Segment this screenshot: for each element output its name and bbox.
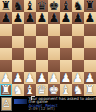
black-pawn-f7: ♟ — [61, 12, 72, 24]
square-g2[interactable]: ♟ — [72, 72, 84, 84]
black-knight-b8: ♞ — [13, 0, 24, 12]
square-d5[interactable] — [36, 36, 48, 48]
status-bar: ♙ Your opponent has asked to abort the g… — [0, 96, 96, 112]
white-pawn-b2: ♟ — [13, 72, 24, 84]
square-f7[interactable]: ♟ — [60, 12, 72, 24]
white-king-e1: ♚ — [49, 84, 60, 96]
square-e7[interactable]: ♟ — [48, 12, 60, 24]
black-pawn-c7: ♟ — [25, 12, 36, 24]
white-rook-a1: ♜ — [1, 84, 12, 96]
square-e5[interactable] — [48, 36, 60, 48]
square-b8[interactable]: ♞ — [12, 0, 24, 12]
square-f5[interactable] — [60, 36, 72, 48]
square-e8[interactable]: ♚ — [48, 0, 60, 12]
white-knight-g1: ♞ — [73, 84, 84, 96]
square-e6[interactable] — [48, 24, 60, 36]
square-a6[interactable] — [0, 24, 12, 36]
square-d4[interactable] — [36, 48, 48, 60]
white-pawn-h2: ♟ — [85, 72, 96, 84]
message-area: Your opponent has asked to abort the gam… — [29, 96, 96, 111]
square-h2[interactable]: ♟ — [84, 72, 96, 84]
square-f4[interactable] — [60, 48, 72, 60]
square-h5[interactable] — [84, 36, 96, 48]
square-a3[interactable] — [0, 60, 12, 72]
square-c3[interactable] — [24, 60, 36, 72]
white-bishop-c1: ♝ — [25, 84, 36, 96]
chess-app-window: ♜♞♝♛♚♝♞♜♟♟♟♟♟♟♟♟♟♟♟♟♟♟♟♟♜♞♝♛♚♝♞♜ ♙ Your … — [0, 0, 96, 112]
square-h8[interactable]: ♜ — [84, 0, 96, 12]
square-d8[interactable]: ♛ — [36, 0, 48, 12]
square-b1[interactable]: ♞ — [12, 84, 24, 96]
white-pawn-c2: ♟ — [25, 72, 36, 84]
black-knight-g8: ♞ — [73, 0, 84, 12]
square-f3[interactable] — [60, 60, 72, 72]
black-pawn-g7: ♟ — [73, 12, 84, 24]
white-pawn-g2: ♟ — [73, 72, 84, 84]
square-f8[interactable]: ♝ — [60, 0, 72, 12]
black-pawn-a7: ♟ — [1, 12, 12, 24]
square-c2[interactable]: ♟ — [24, 72, 36, 84]
square-g5[interactable] — [72, 36, 84, 48]
square-e2[interactable]: ♟ — [48, 72, 60, 84]
square-b2[interactable]: ♟ — [12, 72, 24, 84]
square-d7[interactable]: ♟ — [36, 12, 48, 24]
square-f6[interactable] — [60, 24, 72, 36]
white-pawn-e2: ♟ — [49, 72, 60, 84]
square-d2[interactable]: ♟ — [36, 72, 48, 84]
white-bishop-f1: ♝ — [61, 84, 72, 96]
square-f2[interactable]: ♟ — [60, 72, 72, 84]
square-a8[interactable]: ♜ — [0, 0, 12, 12]
square-h7[interactable]: ♟ — [84, 12, 96, 24]
black-pawn-b7: ♟ — [13, 12, 24, 24]
square-b4[interactable] — [12, 48, 24, 60]
white-pawn-d2: ♟ — [37, 72, 48, 84]
square-b6[interactable] — [12, 24, 24, 36]
square-a5[interactable] — [0, 36, 12, 48]
square-c6[interactable] — [24, 24, 36, 36]
black-rook-a8: ♜ — [1, 0, 12, 12]
black-bishop-c8: ♝ — [25, 0, 36, 12]
square-a2[interactable]: ♟ — [0, 72, 12, 84]
square-c5[interactable] — [24, 36, 36, 48]
square-g8[interactable]: ♞ — [72, 0, 84, 12]
black-pawn-e7: ♟ — [49, 12, 60, 24]
square-c8[interactable]: ♝ — [24, 0, 36, 12]
square-a7[interactable]: ♟ — [0, 12, 12, 24]
square-g4[interactable] — [72, 48, 84, 60]
white-queen-d1: ♛ — [37, 84, 48, 96]
square-b3[interactable] — [12, 60, 24, 72]
message-detail: 2:49 (12 left) — [29, 107, 96, 110]
black-pawn-d7: ♟ — [37, 12, 48, 24]
square-c1[interactable]: ♝ — [24, 84, 36, 96]
black-king-e8: ♚ — [49, 0, 60, 12]
square-a1[interactable]: ♜ — [0, 84, 12, 96]
square-g7[interactable]: ♟ — [72, 12, 84, 24]
square-e4[interactable] — [48, 48, 60, 60]
square-h3[interactable] — [84, 60, 96, 72]
square-e1[interactable]: ♚ — [48, 84, 60, 96]
square-g6[interactable] — [72, 24, 84, 36]
square-a4[interactable] — [0, 48, 12, 60]
square-d3[interactable] — [36, 60, 48, 72]
white-rook-h1: ♜ — [85, 84, 96, 96]
white-knight-b1: ♞ — [13, 84, 24, 96]
black-bishop-f8: ♝ — [61, 0, 72, 12]
player-label — [14, 99, 27, 104]
bubble-corner — [31, 96, 35, 100]
square-h6[interactable] — [84, 24, 96, 36]
chess-board[interactable]: ♜♞♝♛♚♝♞♜♟♟♟♟♟♟♟♟♟♟♟♟♟♟♟♟♜♞♝♛♚♝♞♜ — [0, 0, 96, 96]
square-h4[interactable] — [84, 48, 96, 60]
square-d6[interactable] — [36, 24, 48, 36]
square-c4[interactable] — [24, 48, 36, 60]
black-rook-h8: ♜ — [85, 0, 96, 12]
square-b7[interactable]: ♟ — [12, 12, 24, 24]
square-c7[interactable]: ♟ — [24, 12, 36, 24]
white-pawn-f2: ♟ — [61, 72, 72, 84]
white-pawn-a2: ♟ — [1, 72, 12, 84]
square-f1[interactable]: ♝ — [60, 84, 72, 96]
black-queen-d8: ♛ — [37, 0, 48, 12]
square-g1[interactable]: ♞ — [72, 84, 84, 96]
black-pawn-h7: ♟ — [85, 12, 96, 24]
square-h1[interactable]: ♜ — [84, 84, 96, 96]
square-g3[interactable] — [72, 60, 84, 72]
square-e3[interactable] — [48, 60, 60, 72]
white-pawn-icon: ♙ — [1, 97, 12, 111]
square-b5[interactable] — [12, 36, 24, 48]
square-d1[interactable]: ♛ — [36, 84, 48, 96]
